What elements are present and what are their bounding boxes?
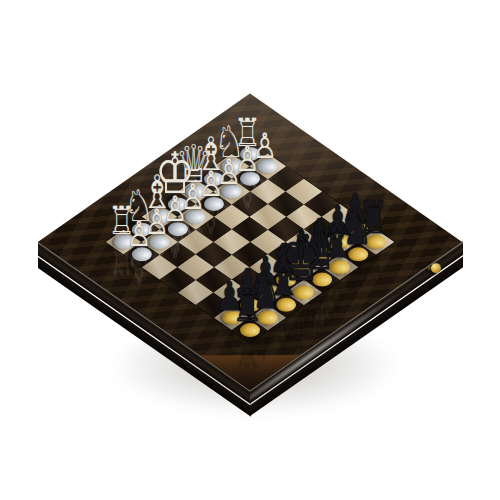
pawn-glyph: ♙ <box>109 218 168 253</box>
piece-reflection: ♜ <box>218 328 277 373</box>
rook-glyph: ♜ <box>218 283 277 328</box>
drawer-knob[interactable] <box>431 263 441 273</box>
product-photo-scene: ♖♖♙♙♘♘♙♙♗♗♙♙♕♕♙♙♔♔♙♙♗♗♟♟♙♙♘♘♜♜♟♟♙♙♖♖♞♞♟♟… <box>0 0 500 500</box>
piece-reflection: ♙ <box>109 253 168 288</box>
